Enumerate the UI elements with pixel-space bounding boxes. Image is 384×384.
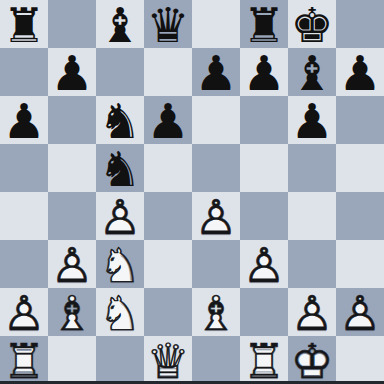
square-b6[interactable] <box>48 96 96 144</box>
square-a4[interactable] <box>0 192 48 240</box>
square-e2[interactable]: ♝♗ <box>192 288 240 336</box>
square-b7[interactable]: ♟ <box>48 48 96 96</box>
chess-board: ♜♝♛♜♚♟♟♟♝♟♟♞♟♟♞♟♙♟♙♟♙♞♘♟♙♟♙♝♗♞♘♝♗♟♙♟♙♜♖♛… <box>0 0 384 384</box>
square-d8[interactable]: ♛ <box>144 0 192 48</box>
white-pawn-outline-icon: ♙ <box>240 241 288 289</box>
piece-white-bishop[interactable]: ♝♗ <box>192 288 240 336</box>
square-f6[interactable] <box>240 96 288 144</box>
black-knight-icon: ♞ <box>96 97 144 145</box>
white-pawn-outline-icon: ♙ <box>48 241 96 289</box>
white-knight-outline-icon: ♘ <box>96 289 144 337</box>
square-e8[interactable] <box>192 0 240 48</box>
piece-white-pawn[interactable]: ♟♙ <box>0 288 48 336</box>
black-pawn-icon: ♟ <box>192 49 240 97</box>
white-pawn-outline-icon: ♙ <box>96 193 144 241</box>
black-bishop-icon: ♝ <box>288 49 336 97</box>
piece-black-pawn[interactable]: ♟ <box>144 96 192 144</box>
piece-black-knight[interactable]: ♞ <box>96 144 144 192</box>
square-g4[interactable] <box>288 192 336 240</box>
piece-black-pawn[interactable]: ♟ <box>48 48 96 96</box>
black-knight-icon: ♞ <box>96 145 144 193</box>
piece-black-bishop[interactable]: ♝ <box>288 48 336 96</box>
square-b5[interactable] <box>48 144 96 192</box>
square-c3[interactable]: ♞♘ <box>96 240 144 288</box>
piece-white-king[interactable]: ♚♔ <box>288 336 336 384</box>
square-g7[interactable]: ♝ <box>288 48 336 96</box>
piece-black-pawn[interactable]: ♟ <box>336 48 384 96</box>
square-e7[interactable]: ♟ <box>192 48 240 96</box>
square-g1[interactable]: ♚♔ <box>288 336 336 384</box>
piece-white-bishop[interactable]: ♝♗ <box>48 288 96 336</box>
square-g6[interactable]: ♟ <box>288 96 336 144</box>
piece-black-pawn[interactable]: ♟ <box>192 48 240 96</box>
square-a6[interactable]: ♟ <box>0 96 48 144</box>
white-king-outline-icon: ♔ <box>288 337 336 384</box>
piece-white-pawn[interactable]: ♟♙ <box>48 240 96 288</box>
white-queen-outline-icon: ♕ <box>144 337 192 384</box>
square-c2[interactable]: ♞♘ <box>96 288 144 336</box>
square-d6[interactable]: ♟ <box>144 96 192 144</box>
square-b2[interactable]: ♝♗ <box>48 288 96 336</box>
black-pawn-icon: ♟ <box>48 49 96 97</box>
square-f2[interactable] <box>240 288 288 336</box>
square-g5[interactable] <box>288 144 336 192</box>
black-pawn-icon: ♟ <box>288 97 336 145</box>
square-g8[interactable]: ♚ <box>288 0 336 48</box>
white-rook-outline-icon: ♖ <box>0 337 48 384</box>
piece-white-knight[interactable]: ♞♘ <box>96 240 144 288</box>
square-g3[interactable] <box>288 240 336 288</box>
square-e4[interactable]: ♟♙ <box>192 192 240 240</box>
square-f7[interactable]: ♟ <box>240 48 288 96</box>
piece-black-pawn[interactable]: ♟ <box>0 96 48 144</box>
piece-white-pawn[interactable]: ♟♙ <box>240 240 288 288</box>
square-c1[interactable] <box>96 336 144 384</box>
square-e6[interactable] <box>192 96 240 144</box>
piece-white-rook[interactable]: ♜♖ <box>0 336 48 384</box>
square-c8[interactable]: ♝ <box>96 0 144 48</box>
black-pawn-icon: ♟ <box>144 97 192 145</box>
square-a8[interactable]: ♜ <box>0 0 48 48</box>
square-c6[interactable]: ♞ <box>96 96 144 144</box>
square-h1[interactable] <box>336 336 384 384</box>
square-a7[interactable] <box>0 48 48 96</box>
square-a2[interactable]: ♟♙ <box>0 288 48 336</box>
piece-black-rook[interactable]: ♜ <box>240 0 288 48</box>
piece-white-pawn[interactable]: ♟♙ <box>288 288 336 336</box>
square-d3[interactable] <box>144 240 192 288</box>
square-b1[interactable] <box>48 336 96 384</box>
black-pawn-icon: ♟ <box>0 97 48 145</box>
piece-black-knight[interactable]: ♞ <box>96 96 144 144</box>
piece-white-pawn[interactable]: ♟♙ <box>192 192 240 240</box>
square-a1[interactable]: ♜♖ <box>0 336 48 384</box>
square-c4[interactable]: ♟♙ <box>96 192 144 240</box>
piece-white-pawn[interactable]: ♟♙ <box>336 288 384 336</box>
square-b8[interactable] <box>48 0 96 48</box>
white-pawn-outline-icon: ♙ <box>192 193 240 241</box>
square-g2[interactable]: ♟♙ <box>288 288 336 336</box>
square-a5[interactable] <box>0 144 48 192</box>
white-pawn-outline-icon: ♙ <box>288 289 336 337</box>
square-h8[interactable] <box>336 0 384 48</box>
piece-black-bishop[interactable]: ♝ <box>96 0 144 48</box>
black-rook-icon: ♜ <box>240 1 288 49</box>
white-rook-outline-icon: ♖ <box>240 337 288 384</box>
square-d7[interactable] <box>144 48 192 96</box>
black-pawn-icon: ♟ <box>240 49 288 97</box>
black-rook-icon: ♜ <box>0 1 48 49</box>
square-c7[interactable] <box>96 48 144 96</box>
square-e5[interactable] <box>192 144 240 192</box>
square-c5[interactable]: ♞ <box>96 144 144 192</box>
piece-white-knight[interactable]: ♞♘ <box>96 288 144 336</box>
white-bishop-outline-icon: ♗ <box>48 289 96 337</box>
square-d5[interactable] <box>144 144 192 192</box>
piece-black-pawn[interactable]: ♟ <box>240 48 288 96</box>
square-e1[interactable] <box>192 336 240 384</box>
square-d1[interactable]: ♛♕ <box>144 336 192 384</box>
white-pawn-outline-icon: ♙ <box>0 289 48 337</box>
square-d4[interactable] <box>144 192 192 240</box>
square-f3[interactable]: ♟♙ <box>240 240 288 288</box>
square-f5[interactable] <box>240 144 288 192</box>
piece-black-rook[interactable]: ♜ <box>0 0 48 48</box>
white-pawn-outline-icon: ♙ <box>336 289 384 337</box>
white-knight-outline-icon: ♘ <box>96 241 144 289</box>
black-pawn-icon: ♟ <box>336 49 384 97</box>
piece-white-queen[interactable]: ♛♕ <box>144 336 192 384</box>
square-h6[interactable] <box>336 96 384 144</box>
piece-black-king[interactable]: ♚ <box>288 0 336 48</box>
piece-black-pawn[interactable]: ♟ <box>288 96 336 144</box>
square-f1[interactable]: ♜♖ <box>240 336 288 384</box>
square-b3[interactable]: ♟♙ <box>48 240 96 288</box>
square-h3[interactable] <box>336 240 384 288</box>
square-h4[interactable] <box>336 192 384 240</box>
black-queen-icon: ♛ <box>144 1 192 49</box>
piece-white-rook[interactable]: ♜♖ <box>240 336 288 384</box>
black-king-icon: ♚ <box>288 1 336 49</box>
black-bishop-icon: ♝ <box>96 1 144 49</box>
square-a3[interactable] <box>0 240 48 288</box>
square-f4[interactable] <box>240 192 288 240</box>
square-d2[interactable] <box>144 288 192 336</box>
piece-white-pawn[interactable]: ♟♙ <box>96 192 144 240</box>
square-h5[interactable] <box>336 144 384 192</box>
square-h2[interactable]: ♟♙ <box>336 288 384 336</box>
piece-black-queen[interactable]: ♛ <box>144 0 192 48</box>
square-h7[interactable]: ♟ <box>336 48 384 96</box>
square-f8[interactable]: ♜ <box>240 0 288 48</box>
white-bishop-outline-icon: ♗ <box>192 289 240 337</box>
square-b4[interactable] <box>48 192 96 240</box>
square-e3[interactable] <box>192 240 240 288</box>
